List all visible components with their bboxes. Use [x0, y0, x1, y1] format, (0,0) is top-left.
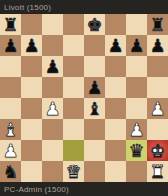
square-c8[interactable]	[42, 14, 63, 35]
square-h1[interactable]: ♜	[147, 161, 168, 182]
player-bottom-label: PC-Admin (1500)	[4, 185, 69, 194]
square-f7[interactable]: ♟	[105, 35, 126, 56]
square-g6[interactable]	[126, 56, 147, 77]
piece-white-pawn[interactable]: ♟	[42, 98, 63, 119]
square-b1[interactable]	[21, 161, 42, 182]
player-bottom-bar: PC-Admin (1500)	[0, 182, 168, 196]
chess-board[interactable]: ♜♚♜♟♟♟♟♟♟♟♟♝♟♝♟♟♛♚♞♛♜	[0, 14, 168, 182]
square-d7[interactable]	[63, 35, 84, 56]
piece-black-pawn[interactable]: ♟	[147, 35, 168, 56]
square-b3[interactable]	[21, 119, 42, 140]
piece-black-pawn[interactable]: ♟	[84, 77, 105, 98]
square-a2[interactable]: ♟	[0, 140, 21, 161]
square-e6[interactable]	[84, 56, 105, 77]
square-g2[interactable]: ♛	[126, 140, 147, 161]
square-h7[interactable]: ♟	[147, 35, 168, 56]
piece-black-king[interactable]: ♚	[84, 14, 105, 35]
chess-app-window: Livott (1500) ♜♚♜♟♟♟♟♟♟♟♟♝♟♝♟♟♛♚♞♛♜ PC-A…	[0, 0, 168, 196]
square-h3[interactable]	[147, 119, 168, 140]
square-h4[interactable]: ♟	[147, 98, 168, 119]
square-d6[interactable]	[63, 56, 84, 77]
square-d5[interactable]	[63, 77, 84, 98]
square-a4[interactable]	[0, 98, 21, 119]
piece-white-rook[interactable]: ♜	[147, 161, 168, 182]
square-d1[interactable]: ♛	[63, 161, 84, 182]
player-top-label: Livott (1500)	[4, 3, 51, 12]
square-a3[interactable]: ♝	[0, 119, 21, 140]
piece-black-knight[interactable]: ♞	[0, 161, 21, 182]
piece-black-pawn[interactable]: ♟	[42, 56, 63, 77]
square-f2[interactable]	[105, 140, 126, 161]
square-e7[interactable]	[84, 35, 105, 56]
square-e8[interactable]: ♚	[84, 14, 105, 35]
square-h2[interactable]: ♚	[147, 140, 168, 161]
piece-black-pawn[interactable]: ♟	[21, 35, 42, 56]
square-e1[interactable]	[84, 161, 105, 182]
square-e5[interactable]: ♟	[84, 77, 105, 98]
square-b2[interactable]	[21, 140, 42, 161]
piece-white-pawn[interactable]: ♟	[147, 98, 168, 119]
square-d3[interactable]	[63, 119, 84, 140]
piece-white-pawn[interactable]: ♟	[0, 140, 21, 161]
square-d4[interactable]	[63, 98, 84, 119]
square-c5[interactable]	[42, 77, 63, 98]
square-c7[interactable]	[42, 35, 63, 56]
square-c2[interactable]	[42, 140, 63, 161]
square-b8[interactable]	[21, 14, 42, 35]
square-e3[interactable]	[84, 119, 105, 140]
square-a5[interactable]	[0, 77, 21, 98]
square-a6[interactable]	[0, 56, 21, 77]
square-b4[interactable]	[21, 98, 42, 119]
square-b7[interactable]: ♟	[21, 35, 42, 56]
square-c3[interactable]	[42, 119, 63, 140]
square-f5[interactable]	[105, 77, 126, 98]
piece-white-queen[interactable]: ♛	[63, 161, 84, 182]
player-top-bar: Livott (1500)	[0, 0, 168, 14]
piece-black-rook[interactable]: ♜	[0, 14, 21, 35]
square-h6[interactable]	[147, 56, 168, 77]
square-a1[interactable]: ♞	[0, 161, 21, 182]
square-e4[interactable]: ♝	[84, 98, 105, 119]
square-g1[interactable]	[126, 161, 147, 182]
square-e2[interactable]	[84, 140, 105, 161]
piece-black-rook[interactable]: ♜	[147, 14, 168, 35]
square-b6[interactable]	[21, 56, 42, 77]
square-h5[interactable]	[147, 77, 168, 98]
square-c1[interactable]	[42, 161, 63, 182]
square-g5[interactable]	[126, 77, 147, 98]
piece-white-king[interactable]: ♚	[147, 140, 168, 161]
square-h8[interactable]: ♜	[147, 14, 168, 35]
piece-white-bishop[interactable]: ♝	[0, 119, 21, 140]
piece-white-pawn[interactable]: ♟	[126, 119, 147, 140]
square-f8[interactable]	[105, 14, 126, 35]
square-c4[interactable]: ♟	[42, 98, 63, 119]
piece-black-queen[interactable]: ♛	[126, 140, 147, 161]
piece-black-bishop[interactable]: ♝	[84, 98, 105, 119]
square-f3[interactable]	[105, 119, 126, 140]
square-a8[interactable]: ♜	[0, 14, 21, 35]
square-g4[interactable]	[126, 98, 147, 119]
square-g3[interactable]: ♟	[126, 119, 147, 140]
square-g8[interactable]	[126, 14, 147, 35]
piece-black-pawn[interactable]: ♟	[0, 35, 21, 56]
square-f1[interactable]	[105, 161, 126, 182]
square-d8[interactable]	[63, 14, 84, 35]
square-f6[interactable]	[105, 56, 126, 77]
piece-black-pawn[interactable]: ♟	[105, 35, 126, 56]
square-d2[interactable]	[63, 140, 84, 161]
square-a7[interactable]: ♟	[0, 35, 21, 56]
square-b5[interactable]	[21, 77, 42, 98]
square-g7[interactable]: ♟	[126, 35, 147, 56]
square-f4[interactable]	[105, 98, 126, 119]
piece-black-pawn[interactable]: ♟	[126, 35, 147, 56]
square-c6[interactable]: ♟	[42, 56, 63, 77]
